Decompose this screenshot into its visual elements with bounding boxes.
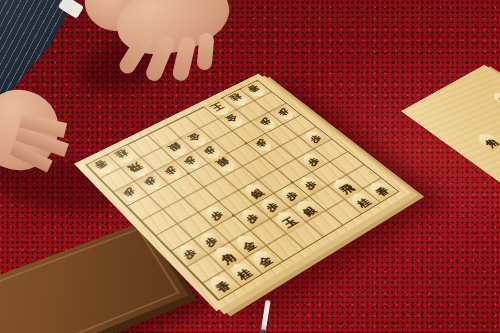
piece-9g-P[interactable]: 歩 bbox=[173, 241, 204, 265]
captured-piece-B[interactable]: 角 bbox=[472, 130, 500, 153]
captured-piece-P[interactable]: 歩 bbox=[489, 90, 500, 107]
piece-1c-p[interactable]: 歩 bbox=[270, 105, 297, 123]
hoshi-dot bbox=[290, 181, 294, 184]
piece-2c-p[interactable]: 歩 bbox=[252, 114, 280, 132]
hoshi-dot bbox=[244, 142, 248, 145]
piece-2a-n[interactable]: 桂 bbox=[223, 90, 252, 109]
hoshi-dot bbox=[186, 172, 190, 175]
piece-2f-P[interactable]: 歩 bbox=[298, 150, 327, 170]
piece-7f-P[interactable]: 歩 bbox=[200, 203, 230, 225]
hoshi-dot bbox=[231, 214, 235, 217]
piece-9c-p[interactable]: 歩 bbox=[115, 183, 144, 204]
piece-9a-l[interactable]: 香 bbox=[88, 155, 119, 177]
piece-3g-P[interactable]: 歩 bbox=[295, 174, 325, 195]
piece-6g-P[interactable]: 歩 bbox=[236, 206, 267, 228]
photo-stage: 香桂王桂香飛銀金金歩歩歩歩歩歩歩銀歩歩歩銀歩歩歩歩歩歩歩角金玉銀飛香桂金桂香 角… bbox=[0, 0, 500, 333]
piece-3d-p[interactable]: 歩 bbox=[249, 135, 277, 154]
piece-1a-l[interactable]: 香 bbox=[241, 81, 270, 100]
piece-9i-L[interactable]: 香 bbox=[203, 271, 239, 299]
piece-1e-P[interactable]: 歩 bbox=[300, 128, 328, 147]
piece-7c-p[interactable]: 歩 bbox=[157, 162, 186, 182]
